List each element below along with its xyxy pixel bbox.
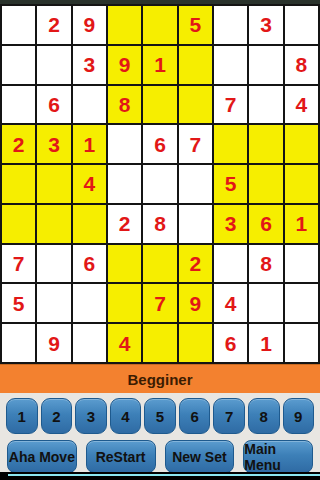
cell-r6c4[interactable]: 2 <box>108 205 141 243</box>
aha-move-button[interactable]: Aha Move <box>7 440 77 473</box>
cell-r5c7[interactable]: 5 <box>214 165 247 203</box>
cell-r4c6[interactable]: 7 <box>179 125 212 163</box>
bottom-strip <box>0 472 320 480</box>
cell-r3c4[interactable]: 8 <box>108 86 141 124</box>
cell-r6c3[interactable] <box>73 205 106 243</box>
numpad-button-5[interactable]: 5 <box>144 398 176 434</box>
cell-r3c2[interactable]: 6 <box>37 86 70 124</box>
control-panel: 123456789 Aha MoveReStartNew SetMain Men… <box>0 393 320 472</box>
cell-r4c5[interactable]: 6 <box>143 125 176 163</box>
cell-r7c7[interactable] <box>214 245 247 283</box>
cell-r2c6[interactable] <box>179 46 212 84</box>
cell-r1c2[interactable]: 2 <box>37 6 70 44</box>
number-pad: 123456789 <box>6 398 314 434</box>
cell-r1c1[interactable] <box>2 6 35 44</box>
new-set-button[interactable]: New Set <box>165 440 235 473</box>
cell-r1c5[interactable] <box>143 6 176 44</box>
cell-r5c2[interactable] <box>37 165 70 203</box>
cell-r6c2[interactable] <box>37 205 70 243</box>
cell-r5c6[interactable] <box>179 165 212 203</box>
cell-r3c6[interactable] <box>179 86 212 124</box>
cell-r6c1[interactable] <box>2 205 35 243</box>
cell-r4c3[interactable]: 1 <box>73 125 106 163</box>
cell-r3c5[interactable] <box>143 86 176 124</box>
cell-r4c9[interactable] <box>285 125 318 163</box>
numpad-button-9[interactable]: 9 <box>283 398 315 434</box>
cell-r1c3[interactable]: 9 <box>73 6 106 44</box>
numpad-button-8[interactable]: 8 <box>248 398 280 434</box>
cell-r9c2[interactable]: 9 <box>37 324 70 362</box>
cell-r8c6[interactable]: 9 <box>179 284 212 322</box>
cell-r3c3[interactable] <box>73 86 106 124</box>
cell-r9c6[interactable] <box>179 324 212 362</box>
cell-r4c1[interactable]: 2 <box>2 125 35 163</box>
cell-r8c5[interactable]: 7 <box>143 284 176 322</box>
bottom-accent-line <box>8 474 320 476</box>
cell-r4c4[interactable] <box>108 125 141 163</box>
cell-r2c5[interactable]: 1 <box>143 46 176 84</box>
cell-r9c4[interactable]: 4 <box>108 324 141 362</box>
cell-r5c9[interactable] <box>285 165 318 203</box>
cell-r8c4[interactable] <box>108 284 141 322</box>
numpad-button-6[interactable]: 6 <box>179 398 211 434</box>
cell-r8c1[interactable]: 5 <box>2 284 35 322</box>
cell-r7c3[interactable]: 6 <box>73 245 106 283</box>
cell-r5c8[interactable] <box>249 165 282 203</box>
cell-r2c3[interactable]: 3 <box>73 46 106 84</box>
numpad-button-1[interactable]: 1 <box>6 398 38 434</box>
cell-r7c4[interactable] <box>108 245 141 283</box>
main-menu-button[interactable]: Main Menu <box>243 440 313 473</box>
cell-r5c1[interactable] <box>2 165 35 203</box>
cell-r2c1[interactable] <box>2 46 35 84</box>
cell-r7c5[interactable] <box>143 245 176 283</box>
cell-r8c9[interactable] <box>285 284 318 322</box>
cell-r9c1[interactable] <box>2 324 35 362</box>
sudoku-board: 295339186874231674528361762857949461 <box>0 4 320 364</box>
action-button-row: Aha MoveReStartNew SetMain Menu <box>6 440 314 473</box>
cell-r2c4[interactable]: 9 <box>108 46 141 84</box>
difficulty-label: Begginer <box>127 371 192 388</box>
cell-r1c4[interactable] <box>108 6 141 44</box>
cell-r6c6[interactable] <box>179 205 212 243</box>
cell-r2c9[interactable]: 8 <box>285 46 318 84</box>
cell-r1c8[interactable]: 3 <box>249 6 282 44</box>
cell-r6c9[interactable]: 1 <box>285 205 318 243</box>
cell-r3c8[interactable] <box>249 86 282 124</box>
cell-r7c9[interactable] <box>285 245 318 283</box>
cell-r8c3[interactable] <box>73 284 106 322</box>
cell-r9c5[interactable] <box>143 324 176 362</box>
cell-r5c5[interactable] <box>143 165 176 203</box>
cell-r7c1[interactable]: 7 <box>2 245 35 283</box>
numpad-button-2[interactable]: 2 <box>41 398 73 434</box>
cell-r8c2[interactable] <box>37 284 70 322</box>
cell-r1c6[interactable]: 5 <box>179 6 212 44</box>
numpad-button-4[interactable]: 4 <box>110 398 142 434</box>
cell-r1c7[interactable] <box>214 6 247 44</box>
cell-r3c7[interactable]: 7 <box>214 86 247 124</box>
cell-r3c1[interactable] <box>2 86 35 124</box>
numpad-button-7[interactable]: 7 <box>213 398 245 434</box>
cell-r9c3[interactable] <box>73 324 106 362</box>
sudoku-app-screen: 295339186874231674528361762857949461 Beg… <box>0 0 320 480</box>
cell-r6c8[interactable]: 6 <box>249 205 282 243</box>
cell-r2c8[interactable] <box>249 46 282 84</box>
cell-r9c9[interactable] <box>285 324 318 362</box>
numpad-button-3[interactable]: 3 <box>75 398 107 434</box>
cell-r6c5[interactable]: 8 <box>143 205 176 243</box>
difficulty-bar: Begginer <box>0 364 320 393</box>
cell-r4c7[interactable] <box>214 125 247 163</box>
cell-r7c2[interactable] <box>37 245 70 283</box>
cell-r1c9[interactable] <box>285 6 318 44</box>
cell-r8c8[interactable] <box>249 284 282 322</box>
cell-r4c2[interactable]: 3 <box>37 125 70 163</box>
cell-r8c7[interactable]: 4 <box>214 284 247 322</box>
cell-r7c8[interactable]: 8 <box>249 245 282 283</box>
cell-r2c2[interactable] <box>37 46 70 84</box>
cell-r5c3[interactable]: 4 <box>73 165 106 203</box>
cell-r9c7[interactable]: 6 <box>214 324 247 362</box>
cell-r9c8[interactable]: 1 <box>249 324 282 362</box>
restart-button[interactable]: ReStart <box>86 440 156 473</box>
cell-r4c8[interactable] <box>249 125 282 163</box>
cell-r2c7[interactable] <box>214 46 247 84</box>
cell-r7c6[interactable]: 2 <box>179 245 212 283</box>
cell-r6c7[interactable]: 3 <box>214 205 247 243</box>
cell-r5c4[interactable] <box>108 165 141 203</box>
cell-r3c9[interactable]: 4 <box>285 86 318 124</box>
